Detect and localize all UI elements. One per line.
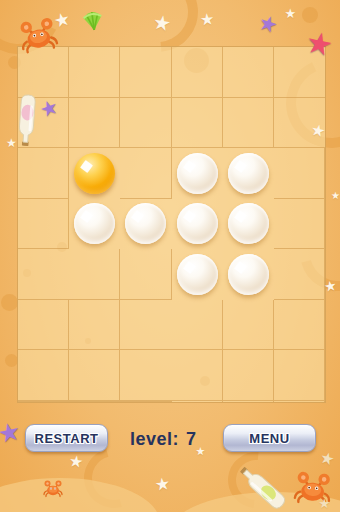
board-cell[interactable] bbox=[172, 350, 223, 401]
wave-decoration bbox=[0, 478, 160, 512]
board-cell[interactable] bbox=[274, 300, 325, 351]
board-cell[interactable] bbox=[69, 249, 120, 300]
board-cell[interactable] bbox=[274, 350, 325, 401]
board-cell[interactable] bbox=[120, 401, 171, 402]
white-pearl-piece[interactable] bbox=[228, 153, 269, 194]
white-pearl-piece[interactable] bbox=[228, 254, 269, 295]
sparkle-star-icon: ★ bbox=[318, 449, 336, 468]
board-cell[interactable] bbox=[172, 47, 223, 98]
game-screen: ★ ★★★★★ ★★★★★★★ ★★★ ★ bbox=[0, 0, 340, 512]
board-cell[interactable] bbox=[172, 300, 223, 351]
board-cell[interactable] bbox=[223, 300, 274, 351]
sparkle-star-icon: ★ bbox=[323, 278, 338, 294]
sparkle-star-icon: ★ bbox=[151, 12, 172, 35]
board-cell[interactable] bbox=[274, 249, 325, 300]
board-cell[interactable] bbox=[69, 47, 120, 98]
dot-decoration bbox=[302, 7, 318, 23]
board-cell[interactable] bbox=[223, 401, 274, 402]
board-cell[interactable] bbox=[172, 98, 223, 149]
bottle-icon bbox=[14, 93, 39, 146]
white-pearl-piece[interactable] bbox=[228, 203, 269, 244]
board-cell[interactable] bbox=[120, 249, 171, 300]
orange-pearl-piece[interactable] bbox=[74, 153, 115, 194]
sparkle-star-icon: ★ bbox=[68, 453, 84, 471]
shell-icon bbox=[79, 7, 106, 34]
bottle-icon bbox=[235, 460, 291, 512]
level-label: level: bbox=[130, 429, 179, 449]
board-cell[interactable] bbox=[120, 300, 171, 351]
board-cell[interactable] bbox=[18, 350, 69, 401]
board-cell[interactable] bbox=[18, 249, 69, 300]
starfish-purple-icon: ★ bbox=[256, 10, 280, 36]
board-cell[interactable] bbox=[69, 98, 120, 149]
board-cell[interactable] bbox=[18, 401, 69, 402]
board-cell[interactable] bbox=[18, 199, 69, 250]
sparkle-star-icon: ★ bbox=[331, 191, 340, 201]
dot-decoration bbox=[1, 294, 18, 311]
sparkle-star-icon: ★ bbox=[199, 11, 215, 28]
board-cell[interactable] bbox=[120, 350, 171, 401]
restart-button[interactable]: RESTART bbox=[25, 424, 108, 452]
white-pearl-piece[interactable] bbox=[177, 203, 218, 244]
sparkle-star-icon: ★ bbox=[6, 137, 17, 149]
puzzle-board[interactable] bbox=[17, 46, 326, 403]
level-indicator: level:7 bbox=[130, 429, 197, 450]
board-cell[interactable] bbox=[69, 401, 120, 402]
board-cell[interactable] bbox=[274, 148, 325, 199]
starfish-purple-icon: ★ bbox=[0, 417, 22, 446]
board-cell[interactable] bbox=[18, 300, 69, 351]
board-cell[interactable] bbox=[274, 401, 325, 402]
board-cell[interactable] bbox=[172, 401, 223, 402]
board-cell[interactable] bbox=[274, 199, 325, 250]
board-cell[interactable] bbox=[69, 300, 120, 351]
board-cell[interactable] bbox=[120, 98, 171, 149]
board-cell[interactable] bbox=[69, 350, 120, 401]
board-cell[interactable] bbox=[223, 98, 274, 149]
crab-small-icon bbox=[43, 478, 63, 498]
board-cell[interactable] bbox=[223, 350, 274, 401]
sparkle-star-icon: ★ bbox=[285, 7, 297, 20]
board-cell[interactable] bbox=[120, 47, 171, 98]
board-cell[interactable] bbox=[120, 148, 171, 199]
white-pearl-piece[interactable] bbox=[125, 203, 166, 244]
menu-button[interactable]: MENU bbox=[223, 424, 316, 452]
white-pearl-piece[interactable] bbox=[74, 203, 115, 244]
sparkle-star-icon: ★ bbox=[52, 9, 72, 31]
sparkle-star-icon: ★ bbox=[319, 497, 331, 510]
board-cell[interactable] bbox=[223, 47, 274, 98]
sparkle-star-icon: ★ bbox=[153, 475, 170, 494]
starfish-red-icon: ★ bbox=[303, 27, 336, 62]
white-pearl-piece[interactable] bbox=[177, 254, 218, 295]
sparkle-star-icon: ★ bbox=[196, 446, 206, 457]
board-cell[interactable] bbox=[18, 148, 69, 199]
white-pearl-piece[interactable] bbox=[177, 153, 218, 194]
